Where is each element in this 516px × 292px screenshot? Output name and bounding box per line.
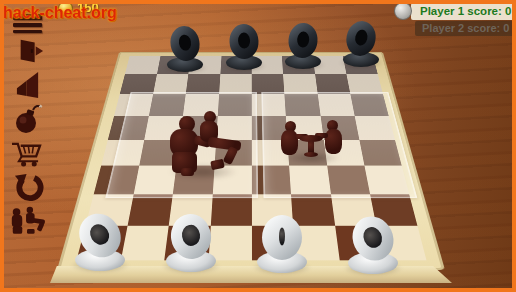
bomb-icon (13, 102, 43, 135)
sound-button[interactable] (15, 70, 42, 98)
player2-score: Player 2 score: 0 (415, 21, 516, 36)
figurines-left (168, 110, 240, 180)
figurines-right (281, 116, 343, 162)
game-screen: hack-cheat.org 150 Player 1 score: 0 Pla… (0, 0, 516, 292)
watermark: hack-cheat.org (3, 4, 117, 22)
piece-black-d8[interactable] (225, 24, 263, 70)
square-c7[interactable] (186, 74, 220, 94)
players-figures-icon (8, 206, 46, 236)
piece-black-f8[interactable] (284, 23, 322, 69)
shop-button[interactable] (10, 139, 43, 167)
undo-button[interactable] (13, 172, 44, 202)
piece-black-b8[interactable] (166, 26, 204, 72)
piece-white-a1[interactable] (74, 213, 126, 271)
cart-icon (10, 139, 43, 167)
multiplayer-button[interactable] (8, 206, 46, 236)
square-a7[interactable] (120, 74, 157, 94)
piece-white-g1[interactable] (347, 216, 399, 274)
piece-white-e1[interactable] (256, 215, 308, 273)
bomb-button[interactable] (13, 102, 43, 135)
exit-button[interactable] (15, 37, 45, 65)
square-e7[interactable] (252, 74, 285, 94)
timer-sphere-icon (394, 2, 412, 20)
piece-black-h8[interactable] (342, 21, 380, 67)
square-a8[interactable] (125, 56, 160, 74)
square-h7[interactable] (347, 74, 384, 94)
square-f7[interactable] (283, 74, 317, 94)
player1-score: Player 1 score: 0 (411, 3, 516, 20)
speaker-icon (15, 70, 42, 98)
square-g7[interactable] (315, 74, 351, 94)
undo-arrow-icon (13, 172, 44, 202)
square-b7[interactable] (153, 74, 189, 94)
square-d7[interactable] (219, 74, 252, 94)
piece-white-c1[interactable] (165, 214, 217, 272)
door-exit-icon (15, 37, 45, 65)
square-b1[interactable] (121, 226, 169, 261)
